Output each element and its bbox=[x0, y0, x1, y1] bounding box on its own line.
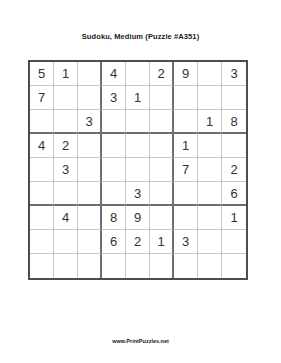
cell-r4c1[interactable]: 4 bbox=[30, 134, 54, 158]
cell-r9c4[interactable] bbox=[102, 254, 126, 278]
cell-r9c6[interactable] bbox=[150, 254, 174, 278]
cell-r5c1[interactable] bbox=[30, 158, 54, 182]
cell-r9c1[interactable] bbox=[30, 254, 54, 278]
cell-r9c9[interactable] bbox=[222, 254, 246, 278]
cell-r4c5[interactable] bbox=[126, 134, 150, 158]
cell-r7c7[interactable] bbox=[174, 206, 198, 230]
cell-r2c1[interactable]: 7 bbox=[30, 86, 54, 110]
cell-r1c4[interactable]: 4 bbox=[102, 62, 126, 86]
cell-r5c4[interactable] bbox=[102, 158, 126, 182]
cell-r1c8[interactable] bbox=[198, 62, 222, 86]
cell-r8c7[interactable]: 3 bbox=[174, 230, 198, 254]
cell-r2c2[interactable] bbox=[54, 86, 78, 110]
sudoku-board: 5142937313184213723648916213 bbox=[28, 60, 248, 280]
cell-r7c4[interactable]: 8 bbox=[102, 206, 126, 230]
cell-r8c3[interactable] bbox=[78, 230, 102, 254]
cell-r2c3[interactable] bbox=[78, 86, 102, 110]
cell-r2c9[interactable] bbox=[222, 86, 246, 110]
cell-r3c8[interactable]: 1 bbox=[198, 110, 222, 134]
cell-r9c8[interactable] bbox=[198, 254, 222, 278]
cell-r5c5[interactable] bbox=[126, 158, 150, 182]
cell-r9c5[interactable] bbox=[126, 254, 150, 278]
page-title: Sudoku, Medium (Puzzle #A351) bbox=[0, 32, 281, 41]
cell-r8c1[interactable] bbox=[30, 230, 54, 254]
cell-r5c8[interactable] bbox=[198, 158, 222, 182]
puzzle-page: Sudoku, Medium (Puzzle #A351) 5142937313… bbox=[0, 0, 281, 363]
cell-r7c6[interactable] bbox=[150, 206, 174, 230]
cell-r8c8[interactable] bbox=[198, 230, 222, 254]
cell-r6c5[interactable]: 3 bbox=[126, 182, 150, 206]
cell-r6c1[interactable] bbox=[30, 182, 54, 206]
cell-r9c3[interactable] bbox=[78, 254, 102, 278]
cell-r5c2[interactable]: 3 bbox=[54, 158, 78, 182]
cell-r7c9[interactable]: 1 bbox=[222, 206, 246, 230]
cell-r2c8[interactable] bbox=[198, 86, 222, 110]
footer-url: www.PrintPuzzles.net bbox=[0, 338, 281, 344]
cell-r5c7[interactable]: 7 bbox=[174, 158, 198, 182]
cell-r3c4[interactable] bbox=[102, 110, 126, 134]
cell-r1c5[interactable] bbox=[126, 62, 150, 86]
cell-r1c1[interactable]: 5 bbox=[30, 62, 54, 86]
cell-r3c6[interactable] bbox=[150, 110, 174, 134]
cell-r7c5[interactable]: 9 bbox=[126, 206, 150, 230]
cell-r8c2[interactable] bbox=[54, 230, 78, 254]
cell-r6c3[interactable] bbox=[78, 182, 102, 206]
cell-r5c9[interactable]: 2 bbox=[222, 158, 246, 182]
cell-r6c9[interactable]: 6 bbox=[222, 182, 246, 206]
cell-r3c9[interactable]: 8 bbox=[222, 110, 246, 134]
cell-r1c2[interactable]: 1 bbox=[54, 62, 78, 86]
cell-r6c2[interactable] bbox=[54, 182, 78, 206]
cell-r6c8[interactable] bbox=[198, 182, 222, 206]
cell-r1c9[interactable]: 3 bbox=[222, 62, 246, 86]
cell-r2c4[interactable]: 3 bbox=[102, 86, 126, 110]
cell-r7c8[interactable] bbox=[198, 206, 222, 230]
cell-r8c9[interactable] bbox=[222, 230, 246, 254]
cell-r4c4[interactable] bbox=[102, 134, 126, 158]
cell-r8c4[interactable]: 6 bbox=[102, 230, 126, 254]
cell-r8c6[interactable]: 1 bbox=[150, 230, 174, 254]
cell-r6c4[interactable] bbox=[102, 182, 126, 206]
cell-r3c1[interactable] bbox=[30, 110, 54, 134]
cell-r2c6[interactable] bbox=[150, 86, 174, 110]
cell-r2c7[interactable] bbox=[174, 86, 198, 110]
cell-r1c6[interactable]: 2 bbox=[150, 62, 174, 86]
cell-r1c7[interactable]: 9 bbox=[174, 62, 198, 86]
cell-r1c3[interactable] bbox=[78, 62, 102, 86]
cell-r5c3[interactable] bbox=[78, 158, 102, 182]
cell-r9c7[interactable] bbox=[174, 254, 198, 278]
cell-r5c6[interactable] bbox=[150, 158, 174, 182]
cell-r4c6[interactable] bbox=[150, 134, 174, 158]
cell-r7c2[interactable]: 4 bbox=[54, 206, 78, 230]
cell-r4c8[interactable] bbox=[198, 134, 222, 158]
cell-r7c3[interactable] bbox=[78, 206, 102, 230]
cell-r8c5[interactable]: 2 bbox=[126, 230, 150, 254]
cell-r6c6[interactable] bbox=[150, 182, 174, 206]
cell-r4c7[interactable]: 1 bbox=[174, 134, 198, 158]
cell-r4c3[interactable] bbox=[78, 134, 102, 158]
cell-r3c3[interactable]: 3 bbox=[78, 110, 102, 134]
cell-r4c2[interactable]: 2 bbox=[54, 134, 78, 158]
cell-r9c2[interactable] bbox=[54, 254, 78, 278]
cell-r3c2[interactable] bbox=[54, 110, 78, 134]
cell-r3c7[interactable] bbox=[174, 110, 198, 134]
cell-r7c1[interactable] bbox=[30, 206, 54, 230]
cell-r2c5[interactable]: 1 bbox=[126, 86, 150, 110]
cell-r6c7[interactable] bbox=[174, 182, 198, 206]
cell-r3c5[interactable] bbox=[126, 110, 150, 134]
cell-r4c9[interactable] bbox=[222, 134, 246, 158]
